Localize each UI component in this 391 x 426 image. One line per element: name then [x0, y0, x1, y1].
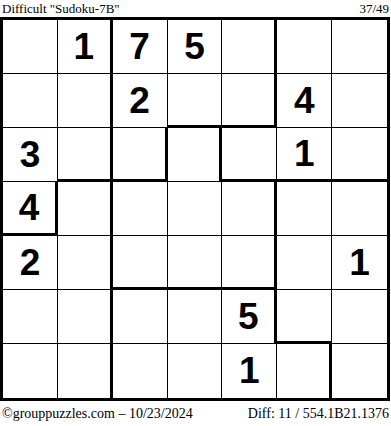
cell-r4c6[interactable] [277, 182, 332, 236]
remaining-counter: 37/49 [359, 1, 389, 16]
cell-r1c1[interactable] [3, 20, 58, 74]
cell-r5c7[interactable]: 1 [332, 236, 387, 290]
cell-r1c5[interactable] [222, 20, 277, 74]
cell-r3c2[interactable] [58, 128, 113, 182]
cell-r6c1[interactable] [3, 290, 58, 344]
cell-r3c6[interactable]: 1 [277, 128, 332, 182]
cell-r4c5[interactable] [222, 182, 277, 236]
cell-r3c1[interactable]: 3 [3, 128, 58, 182]
cell-r3c5[interactable] [222, 128, 277, 182]
cell-r1c6[interactable] [277, 20, 332, 74]
cell-r2c5[interactable] [222, 74, 277, 128]
cell-r6c3[interactable] [113, 290, 168, 344]
cell-r6c5[interactable]: 5 [222, 290, 277, 344]
puzzle-footer: ©grouppuzzles.com – 10/23/2024 Diff: 11 … [2, 406, 389, 422]
puzzle-header: Difficult "Sudoku-7B" 37/49 [2, 1, 389, 16]
cell-r7c4[interactable] [168, 344, 223, 398]
cell-r5c4[interactable] [168, 236, 223, 290]
cell-r1c7[interactable] [332, 20, 387, 74]
cell-r4c4[interactable] [168, 182, 223, 236]
copyright-date: ©grouppuzzles.com – 10/23/2024 [2, 406, 193, 422]
cell-r2c3[interactable]: 2 [113, 74, 168, 128]
puzzle-title: Difficult "Sudoku-7B" [2, 1, 120, 16]
cell-r6c4[interactable] [168, 290, 223, 344]
cell-r2c1[interactable] [3, 74, 58, 128]
cell-r4c7[interactable] [332, 182, 387, 236]
cell-r7c5[interactable]: 1 [222, 344, 277, 398]
cell-r3c7[interactable] [332, 128, 387, 182]
cell-r6c6[interactable] [277, 290, 332, 344]
cell-r6c7[interactable] [332, 290, 387, 344]
cell-r4c3[interactable] [113, 182, 168, 236]
cell-r2c4[interactable] [168, 74, 223, 128]
cell-r7c7[interactable] [332, 344, 387, 398]
cell-r5c2[interactable] [58, 236, 113, 290]
cell-r4c1[interactable]: 4 [3, 182, 58, 236]
cell-r5c6[interactable] [277, 236, 332, 290]
cell-r5c5[interactable] [222, 236, 277, 290]
cell-r4c2[interactable] [58, 182, 113, 236]
cell-r2c6[interactable]: 4 [277, 74, 332, 128]
cell-r1c3[interactable]: 7 [113, 20, 168, 74]
cell-r5c1[interactable]: 2 [3, 236, 58, 290]
cell-r3c3[interactable] [113, 128, 168, 182]
cell-r1c4[interactable]: 5 [168, 20, 223, 74]
cell-r7c2[interactable] [58, 344, 113, 398]
cell-r2c7[interactable] [332, 74, 387, 128]
sudoku-board: 175243142151 [0, 17, 390, 401]
cell-r7c1[interactable] [3, 344, 58, 398]
cell-r5c3[interactable] [113, 236, 168, 290]
difficulty-code: Diff: 11 / 554.1B21.1376 [248, 406, 389, 422]
cell-r2c2[interactable] [58, 74, 113, 128]
cell-r1c2[interactable]: 1 [58, 20, 113, 74]
cell-r6c2[interactable] [58, 290, 113, 344]
cell-r7c6[interactable] [277, 344, 332, 398]
cell-r7c3[interactable] [113, 344, 168, 398]
cell-r3c4[interactable] [168, 128, 223, 182]
